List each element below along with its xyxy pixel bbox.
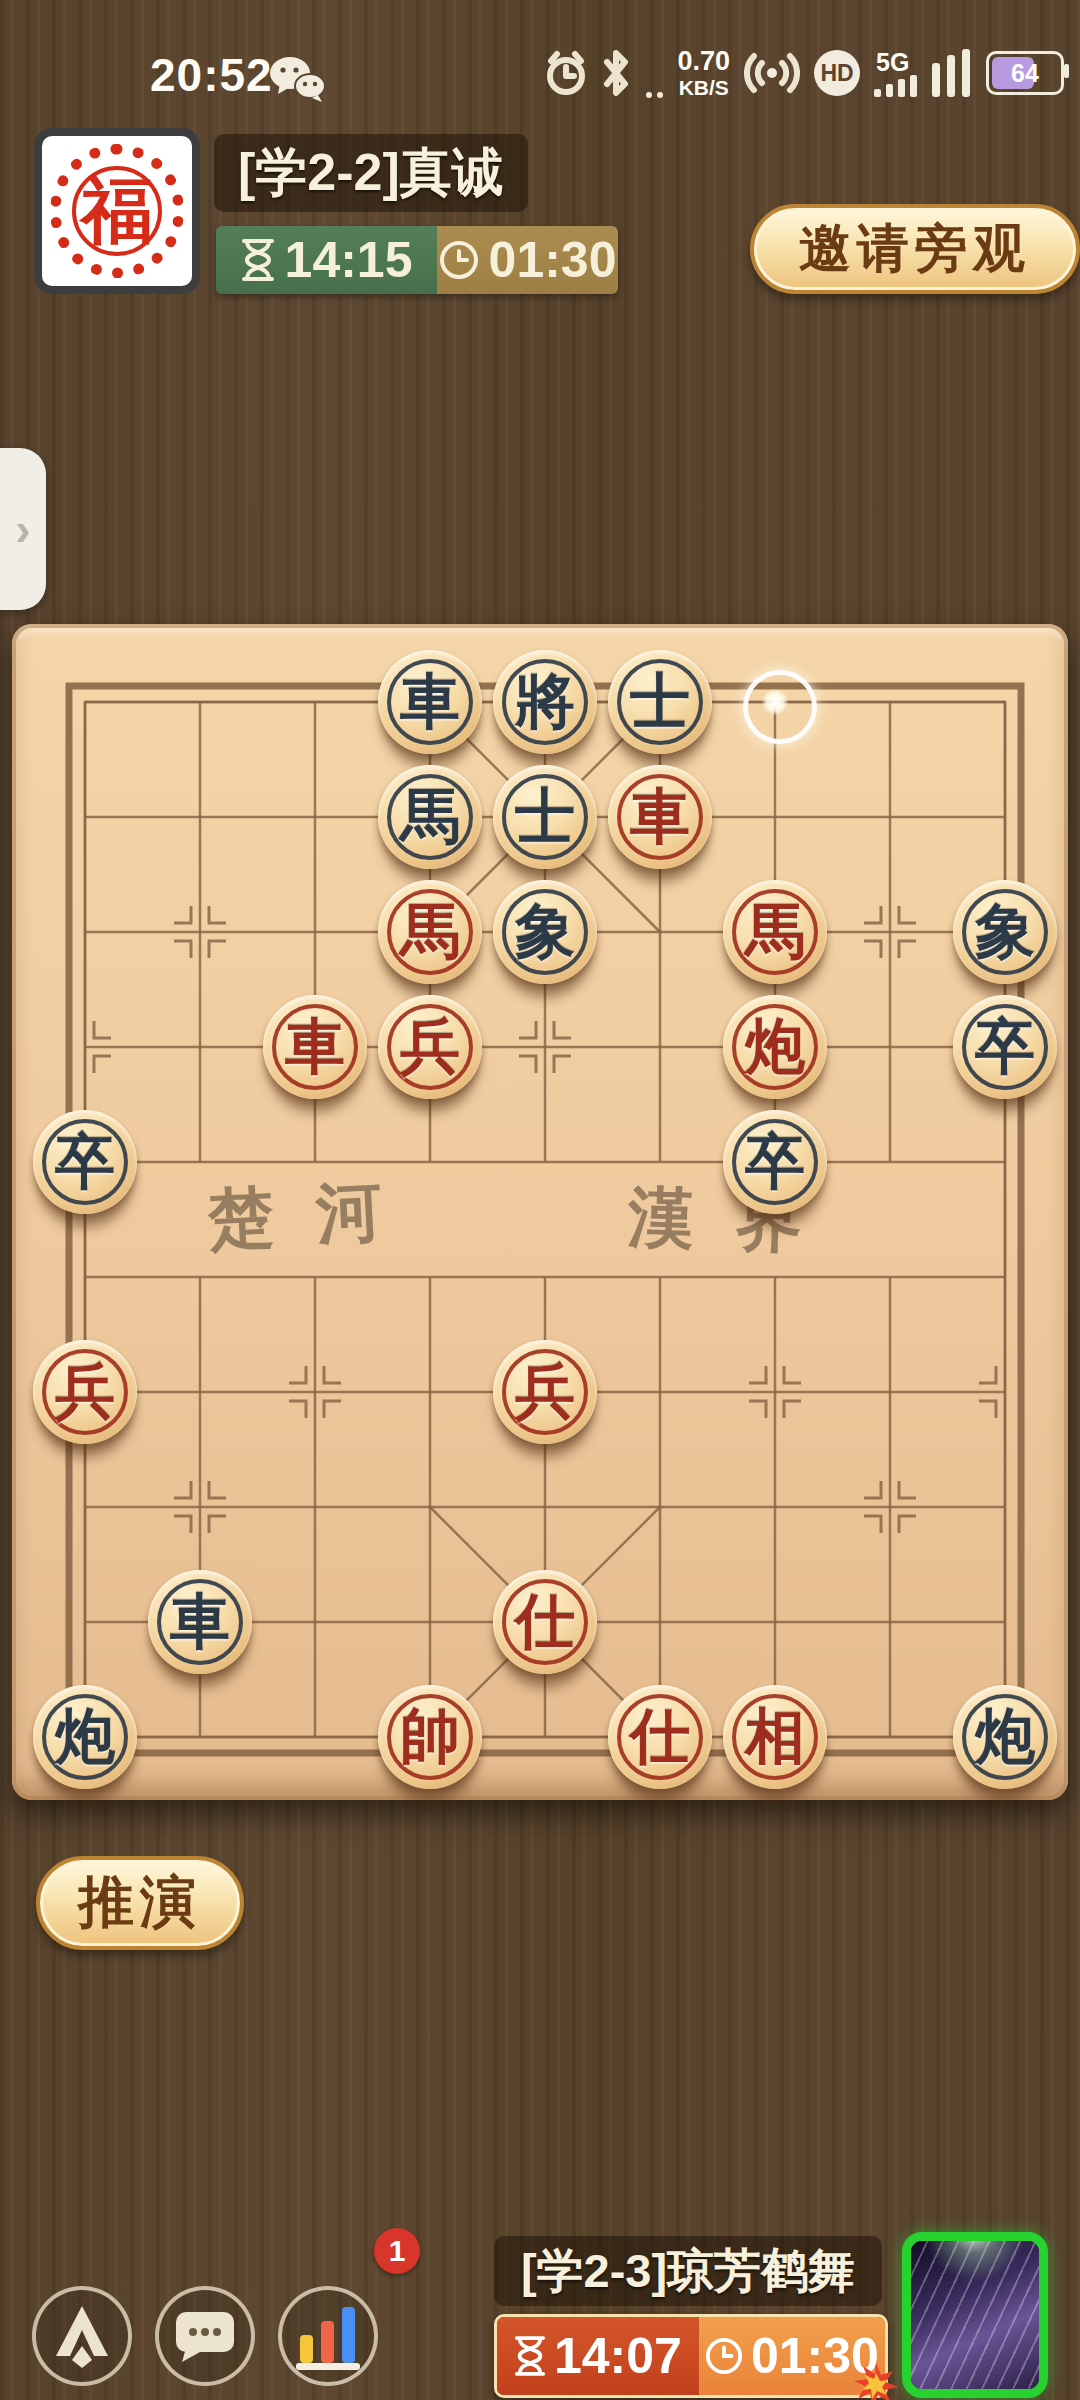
river-label-left: 楚河 [206,1164,426,1265]
piece-black-卒[interactable]: 卒 [723,1110,827,1214]
battery-indicator: 64 [986,51,1064,95]
piece-glyph: 兵 [55,1362,115,1422]
chevron-right-icon [15,506,30,552]
piece-red-仕[interactable]: 仕 [608,1685,712,1789]
piece-red-兵[interactable]: 兵 [33,1340,137,1444]
last-move-marker [743,670,817,744]
piece-red-車[interactable]: 車 [263,995,367,1099]
bottom-player-avatar[interactable] [902,2232,1048,2398]
piece-black-馬[interactable]: 馬 [378,765,482,869]
clock-icon [439,240,479,280]
piece-glyph: 卒 [55,1132,115,1192]
piece-glyph: 帥 [400,1707,460,1767]
top-move-time: 14:15 [285,231,413,289]
piece-red-炮[interactable]: 炮 [723,995,827,1099]
status-icons: 0.70 KB/S HD 5G 64 [543,40,1064,106]
piece-red-仕[interactable]: 仕 [493,1570,597,1674]
piece-glyph: 車 [630,787,690,847]
piece-glyph: 兵 [515,1362,575,1422]
piece-glyph: 卒 [745,1132,805,1192]
piece-red-馬[interactable]: 馬 [723,880,827,984]
piece-black-車[interactable]: 車 [378,650,482,754]
galaxy-image [911,2241,1039,2389]
hotspot-icon [744,50,800,96]
home-button[interactable] [32,2286,132,2386]
piece-glyph: 象 [515,902,575,962]
piece-black-象[interactable]: 象 [493,880,597,984]
top-game-time: 01:30 [489,231,617,289]
top-player-name: [学2-2]真诚 [214,134,528,212]
bar-chart-icon [294,2301,362,2371]
piece-glyph: 將 [515,672,575,732]
piece-red-相[interactable]: 相 [723,1685,827,1789]
piece-black-車[interactable]: 車 [148,1570,252,1674]
signal-5g: 5G [874,50,918,97]
piece-glyph: 炮 [745,1017,805,1077]
piece-red-兵[interactable]: 兵 [493,1340,597,1444]
top-game-timer: 01:30 [437,226,618,294]
piece-glyph: 馬 [400,902,460,962]
piece-red-車[interactable]: 車 [608,765,712,869]
piece-glyph: 卒 [975,1017,1035,1077]
top-move-timer: 14:15 [216,226,437,294]
network-type-label: 5G [876,50,909,75]
signal-bars-2 [932,49,972,97]
signal-bars-1 [874,75,918,97]
notification-badge: 1 [374,2228,420,2274]
side-drawer-handle[interactable] [0,448,46,610]
piece-glyph: 車 [170,1592,230,1652]
bottom-move-timer: 14:07 [497,2317,699,2395]
deduce-button[interactable]: 推演 [36,1856,244,1950]
bottom-move-time: 14:07 [554,2327,682,2385]
piece-glyph: 相 [745,1707,805,1767]
xiangqi-board[interactable]: 楚河 漢界 車將士馬士車馬象馬象車兵炮卒卒卒兵兵車仕炮帥仕相炮 [12,624,1068,1800]
flame-icon [853,2361,899,2400]
alarm-icon [543,49,589,97]
piece-glyph: 車 [285,1017,345,1077]
piece-red-馬[interactable]: 馬 [378,880,482,984]
piece-black-象[interactable]: 象 [953,880,1057,984]
piece-black-士[interactable]: 士 [608,650,712,754]
piece-red-帥[interactable]: 帥 [378,1685,482,1789]
piece-black-卒[interactable]: 卒 [33,1110,137,1214]
piece-glyph: 車 [400,672,460,732]
piece-glyph: 仕 [515,1592,575,1652]
status-bar: 20:52 0.70 KB/S HD 5G [0,0,1080,110]
battery-nub [1064,64,1069,78]
chat-button[interactable] [155,2286,255,2386]
bluetooth-dots [646,92,663,98]
bottom-player-timers: 14:07 01:30 [494,2314,888,2398]
piece-red-兵[interactable]: 兵 [378,995,482,1099]
clock-icon [705,2337,743,2375]
hourglass-icon [241,238,275,282]
fu-character: 福 [72,166,162,256]
piece-glyph: 兵 [400,1017,460,1077]
bluetooth-icon [603,50,629,96]
app-logo-icon [50,2302,114,2370]
net-speed-value: 0.70 [677,48,730,75]
piece-glyph: 象 [975,902,1035,962]
piece-black-將[interactable]: 將 [493,650,597,754]
wechat-icon [268,56,328,102]
hd-badge: HD [814,50,860,96]
clock-time: 20:52 [150,48,273,102]
piece-glyph: 炮 [55,1707,115,1767]
piece-black-炮[interactable]: 炮 [33,1685,137,1789]
piece-glyph: 炮 [975,1707,1035,1767]
piece-glyph: 士 [515,787,575,847]
hourglass-icon [514,2335,546,2377]
net-speed-unit: KB/S [679,77,729,98]
piece-black-卒[interactable]: 卒 [953,995,1057,1099]
piece-glyph: 馬 [400,787,460,847]
battery-percent: 64 [989,59,1061,88]
piece-glyph: 士 [630,672,690,732]
piece-glyph: 馬 [745,902,805,962]
piece-glyph: 仕 [630,1707,690,1767]
network-speed: 0.70 KB/S [677,48,730,98]
top-player-timers: 14:15 01:30 [216,226,618,294]
piece-black-炮[interactable]: 炮 [953,1685,1057,1789]
bottom-player-name: [学2-3]琼芳鹤舞 [494,2236,882,2306]
piece-black-士[interactable]: 士 [493,765,597,869]
top-player-avatar[interactable]: 福 [34,128,200,294]
stats-button[interactable] [278,2286,378,2386]
chat-bubble-icon [174,2308,236,2364]
invite-spectators-button[interactable]: 邀请旁观 [750,204,1080,294]
